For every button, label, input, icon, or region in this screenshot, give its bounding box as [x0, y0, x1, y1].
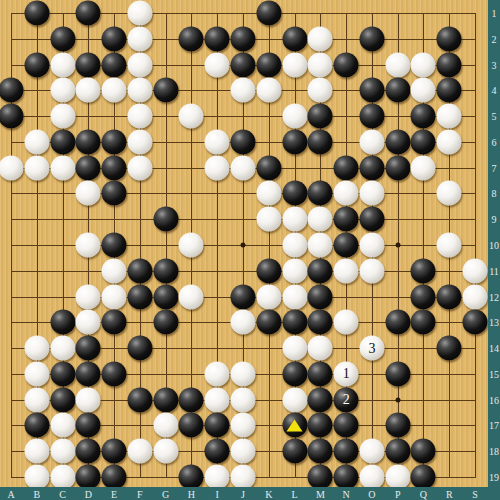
- stone-black[interactable]: [102, 361, 127, 386]
- stone-black[interactable]: [50, 361, 75, 386]
- stone-white[interactable]: [205, 129, 230, 154]
- stone-white[interactable]: [205, 387, 230, 412]
- stone-black[interactable]: [102, 52, 127, 77]
- stone-white[interactable]: [127, 1, 152, 26]
- move-number-label: 2: [343, 393, 350, 407]
- stone-white[interactable]: [282, 207, 307, 232]
- stone-black[interactable]: [231, 284, 256, 309]
- stone-white[interactable]: [76, 181, 101, 206]
- stone-white[interactable]: [282, 284, 307, 309]
- stone-black[interactable]: [76, 52, 101, 77]
- stone-black[interactable]: [359, 26, 384, 51]
- stone-white[interactable]: [359, 181, 384, 206]
- stone-white[interactable]: [179, 104, 204, 129]
- stone-black[interactable]: [102, 129, 127, 154]
- stone-black[interactable]: [256, 155, 281, 180]
- stone-white[interactable]: [179, 284, 204, 309]
- stone-white[interactable]: [359, 129, 384, 154]
- stone-black[interactable]: [76, 155, 101, 180]
- stone-black[interactable]: [153, 284, 178, 309]
- stone-black[interactable]: [102, 155, 127, 180]
- stone-white[interactable]: [50, 336, 75, 361]
- col-label: F: [137, 488, 143, 499]
- stone-black[interactable]: [308, 284, 333, 309]
- stone-white[interactable]: [127, 155, 152, 180]
- stone-white[interactable]: [24, 336, 49, 361]
- row-label: 16: [489, 394, 499, 405]
- row-label: 5: [492, 111, 497, 122]
- stone-black[interactable]: [308, 258, 333, 283]
- col-label: S: [472, 488, 478, 499]
- col-label: R: [446, 488, 453, 499]
- stone-white[interactable]: 1: [334, 361, 359, 386]
- stone-black[interactable]: [76, 465, 101, 490]
- stone-black[interactable]: [102, 181, 127, 206]
- stone-white[interactable]: [334, 181, 359, 206]
- stone-white[interactable]: [50, 155, 75, 180]
- stone-white[interactable]: [282, 233, 307, 258]
- stone-white[interactable]: [127, 78, 152, 103]
- stone-white[interactable]: [205, 52, 230, 77]
- stone-white[interactable]: [437, 129, 462, 154]
- stone-white[interactable]: [359, 233, 384, 258]
- stone-black[interactable]: [437, 336, 462, 361]
- stone-white[interactable]: [50, 78, 75, 103]
- stone-black[interactable]: [334, 207, 359, 232]
- star-point: [395, 243, 400, 248]
- stone-white[interactable]: [411, 78, 436, 103]
- stone-white[interactable]: [256, 284, 281, 309]
- stone-white[interactable]: [308, 52, 333, 77]
- stone-black[interactable]: [102, 439, 127, 464]
- stone-black[interactable]: [334, 439, 359, 464]
- stone-black[interactable]: [179, 413, 204, 438]
- col-label: G: [162, 488, 169, 499]
- stone-black[interactable]: [50, 387, 75, 412]
- stone-white[interactable]: [411, 155, 436, 180]
- stone-black[interactable]: [179, 26, 204, 51]
- stone-black[interactable]: [231, 26, 256, 51]
- stone-white[interactable]: [231, 387, 256, 412]
- stone-black[interactable]: [231, 129, 256, 154]
- col-label: J: [241, 488, 245, 499]
- stone-white[interactable]: [76, 78, 101, 103]
- col-label: A: [7, 488, 14, 499]
- stone-black[interactable]: [411, 258, 436, 283]
- stone-white[interactable]: [153, 439, 178, 464]
- stone-black[interactable]: [153, 310, 178, 335]
- stone-black[interactable]: [179, 465, 204, 490]
- stone-black[interactable]: [334, 52, 359, 77]
- stone-black[interactable]: [127, 387, 152, 412]
- stone-black[interactable]: [308, 129, 333, 154]
- stone-black[interactable]: [153, 258, 178, 283]
- stone-white[interactable]: [50, 465, 75, 490]
- stone-white[interactable]: [437, 104, 462, 129]
- row-label: 17: [489, 420, 499, 431]
- stone-white[interactable]: [231, 413, 256, 438]
- stone-black[interactable]: [102, 26, 127, 51]
- col-label: I: [216, 488, 219, 499]
- col-label: E: [111, 488, 117, 499]
- stone-white[interactable]: [385, 465, 410, 490]
- stone-black[interactable]: [359, 78, 384, 103]
- row-label: 18: [489, 446, 499, 457]
- stone-white[interactable]: [0, 155, 24, 180]
- col-label: C: [59, 488, 66, 499]
- stone-white[interactable]: [334, 258, 359, 283]
- stone-white[interactable]: [50, 439, 75, 464]
- stone-black[interactable]: [411, 129, 436, 154]
- stone-black[interactable]: [76, 439, 101, 464]
- row-label: 1: [492, 8, 497, 19]
- stone-black[interactable]: [153, 387, 178, 412]
- triangle-marker-icon: [287, 419, 303, 431]
- col-label: D: [85, 488, 92, 499]
- stone-white[interactable]: [411, 52, 436, 77]
- col-label: K: [265, 488, 272, 499]
- stone-white[interactable]: [50, 104, 75, 129]
- stone-black[interactable]: [334, 465, 359, 490]
- row-label: 7: [492, 162, 497, 173]
- stone-black[interactable]: [308, 361, 333, 386]
- stone-white[interactable]: [102, 78, 127, 103]
- stone-black[interactable]: [282, 439, 307, 464]
- stone-white[interactable]: [359, 465, 384, 490]
- stone-white[interactable]: [308, 336, 333, 361]
- col-label: B: [33, 488, 40, 499]
- row-label: 4: [492, 85, 497, 96]
- row-label: 3: [492, 59, 497, 70]
- stone-white[interactable]: [205, 361, 230, 386]
- stone-black[interactable]: [24, 1, 49, 26]
- stone-black[interactable]: [231, 52, 256, 77]
- row-label: 2: [492, 33, 497, 44]
- stone-black[interactable]: [334, 233, 359, 258]
- row-label: 12: [489, 291, 499, 302]
- col-label: H: [188, 488, 195, 499]
- stone-white[interactable]: [231, 361, 256, 386]
- row-label: 8: [492, 188, 497, 199]
- stone-black[interactable]: [411, 310, 436, 335]
- stone-white[interactable]: [256, 78, 281, 103]
- stone-white[interactable]: [231, 465, 256, 490]
- stone-white[interactable]: [153, 413, 178, 438]
- stone-black[interactable]: [153, 207, 178, 232]
- stone-white[interactable]: [231, 439, 256, 464]
- row-label: 14: [489, 343, 499, 354]
- stone-white[interactable]: [463, 258, 488, 283]
- stone-black[interactable]: [76, 336, 101, 361]
- stone-black[interactable]: [308, 181, 333, 206]
- stone-white[interactable]: [282, 258, 307, 283]
- stone-white[interactable]: [24, 129, 49, 154]
- stone-white[interactable]: [437, 233, 462, 258]
- stone-black[interactable]: [359, 155, 384, 180]
- stone-black[interactable]: [282, 310, 307, 335]
- row-label: 9: [492, 214, 497, 225]
- stone-black[interactable]: [153, 78, 178, 103]
- stone-white[interactable]: [256, 181, 281, 206]
- stone-white[interactable]: [463, 284, 488, 309]
- stone-black[interactable]: [385, 155, 410, 180]
- stone-black[interactable]: [282, 129, 307, 154]
- stone-white[interactable]: [282, 387, 307, 412]
- stone-black[interactable]: [102, 465, 127, 490]
- stone-white[interactable]: [127, 104, 152, 129]
- stone-black[interactable]: 2: [334, 387, 359, 412]
- go-board-screenshot: 312 ABCDEFGHIJKLMNOPQRS12345678910111213…: [0, 0, 500, 500]
- stone-black[interactable]: [50, 129, 75, 154]
- stone-black[interactable]: [437, 52, 462, 77]
- stone-black[interactable]: [205, 413, 230, 438]
- stone-white[interactable]: [205, 155, 230, 180]
- star-point: [395, 397, 400, 402]
- stone-white[interactable]: [308, 207, 333, 232]
- stone-black[interactable]: [308, 465, 333, 490]
- stone-black[interactable]: [385, 361, 410, 386]
- stone-black[interactable]: [76, 361, 101, 386]
- star-point: [241, 243, 246, 248]
- stone-white[interactable]: [282, 104, 307, 129]
- stone-white[interactable]: [231, 78, 256, 103]
- stone-black[interactable]: [256, 52, 281, 77]
- stone-black[interactable]: [334, 413, 359, 438]
- stone-white[interactable]: [102, 284, 127, 309]
- stone-white[interactable]: [282, 336, 307, 361]
- stone-black[interactable]: [411, 284, 436, 309]
- row-label: 13: [489, 317, 499, 328]
- col-label: Q: [420, 488, 427, 499]
- stone-black[interactable]: [411, 104, 436, 129]
- stone-white[interactable]: 3: [359, 336, 384, 361]
- stone-white[interactable]: [437, 181, 462, 206]
- stone-white[interactable]: [308, 78, 333, 103]
- stone-white[interactable]: [127, 26, 152, 51]
- stone-black[interactable]: [0, 78, 24, 103]
- col-label: L: [292, 488, 298, 499]
- stone-white[interactable]: [127, 129, 152, 154]
- stone-black[interactable]: [334, 155, 359, 180]
- stone-black[interactable]: [308, 439, 333, 464]
- stone-white[interactable]: [24, 439, 49, 464]
- stone-black[interactable]: [385, 439, 410, 464]
- stone-black[interactable]: [411, 439, 436, 464]
- stone-black[interactable]: [127, 284, 152, 309]
- stone-white[interactable]: [179, 233, 204, 258]
- stone-black[interactable]: [308, 104, 333, 129]
- stone-white[interactable]: [359, 258, 384, 283]
- stone-black[interactable]: [308, 310, 333, 335]
- stone-white[interactable]: [334, 310, 359, 335]
- stone-black[interactable]: [205, 26, 230, 51]
- stone-black[interactable]: [256, 258, 281, 283]
- col-label: O: [368, 488, 375, 499]
- stone-black[interactable]: [24, 52, 49, 77]
- stone-white[interactable]: [385, 52, 410, 77]
- grid-line-horizontal: [11, 271, 476, 272]
- stone-black[interactable]: [102, 233, 127, 258]
- stone-black[interactable]: [411, 465, 436, 490]
- stone-white[interactable]: [359, 439, 384, 464]
- stone-black[interactable]: [359, 104, 384, 129]
- stone-white[interactable]: [24, 361, 49, 386]
- move-number-label: 3: [368, 341, 375, 355]
- stone-black[interactable]: [76, 1, 101, 26]
- stone-white[interactable]: [76, 387, 101, 412]
- stone-black[interactable]: [437, 284, 462, 309]
- stone-white[interactable]: [102, 258, 127, 283]
- stone-black[interactable]: [0, 104, 24, 129]
- stone-black[interactable]: [437, 26, 462, 51]
- stone-white[interactable]: [256, 207, 281, 232]
- stone-black[interactable]: [359, 207, 384, 232]
- stone-black[interactable]: [282, 413, 307, 438]
- row-label: 11: [489, 265, 499, 276]
- stone-white[interactable]: [308, 233, 333, 258]
- stone-black[interactable]: [385, 129, 410, 154]
- stone-black[interactable]: [282, 26, 307, 51]
- stone-white[interactable]: [50, 413, 75, 438]
- col-label: N: [343, 488, 350, 499]
- stone-black[interactable]: [76, 413, 101, 438]
- row-label: 15: [489, 368, 499, 379]
- stone-white[interactable]: [76, 310, 101, 335]
- stone-black[interactable]: [385, 310, 410, 335]
- col-label: M: [316, 488, 325, 499]
- stone-white[interactable]: [76, 233, 101, 258]
- stone-white[interactable]: [24, 465, 49, 490]
- col-label: P: [395, 488, 401, 499]
- row-label: 19: [489, 472, 499, 483]
- stone-black[interactable]: [308, 413, 333, 438]
- stone-black[interactable]: [127, 336, 152, 361]
- stone-white[interactable]: [127, 439, 152, 464]
- stone-black[interactable]: [24, 413, 49, 438]
- stone-black[interactable]: [127, 258, 152, 283]
- stone-white[interactable]: [231, 310, 256, 335]
- stone-black[interactable]: [256, 310, 281, 335]
- stone-black[interactable]: [256, 1, 281, 26]
- stone-white[interactable]: [205, 465, 230, 490]
- stone-black[interactable]: [385, 78, 410, 103]
- stone-white[interactable]: [127, 52, 152, 77]
- stone-white[interactable]: [24, 387, 49, 412]
- stone-black[interactable]: [308, 387, 333, 412]
- row-label: 10: [489, 240, 499, 251]
- stone-black[interactable]: [282, 181, 307, 206]
- stone-black[interactable]: [385, 413, 410, 438]
- stone-white[interactable]: [24, 155, 49, 180]
- stone-black[interactable]: [179, 387, 204, 412]
- stone-white[interactable]: [50, 52, 75, 77]
- stone-black[interactable]: [76, 129, 101, 154]
- stone-black[interactable]: [282, 361, 307, 386]
- stone-black[interactable]: [50, 310, 75, 335]
- stone-black[interactable]: [463, 310, 488, 335]
- move-number-label: 1: [343, 367, 350, 381]
- stone-black[interactable]: [50, 26, 75, 51]
- stone-black[interactable]: [437, 78, 462, 103]
- stone-black[interactable]: [102, 310, 127, 335]
- stone-white[interactable]: [282, 52, 307, 77]
- grid-line-vertical: [475, 13, 476, 478]
- stone-white[interactable]: [308, 26, 333, 51]
- row-label: 6: [492, 136, 497, 147]
- stone-black[interactable]: [205, 439, 230, 464]
- stone-white[interactable]: [76, 284, 101, 309]
- stone-white[interactable]: [231, 155, 256, 180]
